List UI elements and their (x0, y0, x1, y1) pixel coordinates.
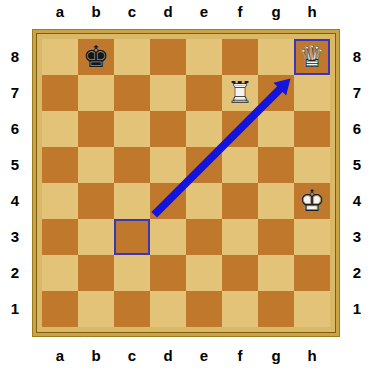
square-h5[interactable] (294, 147, 330, 183)
square-h2[interactable] (294, 255, 330, 291)
square-f6[interactable] (222, 111, 258, 147)
square-c8[interactable] (114, 39, 150, 75)
rank-labels-right: 87654321 (344, 39, 370, 327)
file-labels-top: abcdefgh (42, 0, 330, 24)
square-e5[interactable] (186, 147, 222, 183)
rank-label-7-left: 7 (0, 75, 30, 111)
square-a3[interactable] (42, 219, 78, 255)
file-labels-bottom: abcdefgh (42, 344, 330, 368)
rank-label-5-left: 5 (0, 147, 30, 183)
square-f3[interactable] (222, 219, 258, 255)
white-rook[interactable]: ♜♖ (222, 75, 258, 111)
file-label-f-top: f (222, 0, 258, 24)
file-label-e-bottom: e (186, 344, 222, 368)
square-c4[interactable] (114, 183, 150, 219)
square-b8[interactable]: ♚ (78, 39, 114, 75)
rank-label-4-right: 4 (344, 183, 370, 219)
square-h1[interactable] (294, 291, 330, 327)
square-e8[interactable] (186, 39, 222, 75)
rank-label-2-right: 2 (344, 255, 370, 291)
rank-label-5-right: 5 (344, 147, 370, 183)
rank-label-6-left: 6 (0, 111, 30, 147)
square-b7[interactable] (78, 75, 114, 111)
square-d6[interactable] (150, 111, 186, 147)
square-f7[interactable]: ♜♖ (222, 75, 258, 111)
file-label-a-top: a (42, 0, 78, 24)
square-b4[interactable] (78, 183, 114, 219)
rank-label-2-left: 2 (0, 255, 30, 291)
black-king[interactable]: ♚ (78, 39, 114, 75)
square-b3[interactable] (78, 219, 114, 255)
square-c5[interactable] (114, 147, 150, 183)
white-queen[interactable]: ♛♕ (294, 39, 330, 75)
file-label-h-bottom: h (294, 344, 330, 368)
square-h4[interactable]: ♚♔ (294, 183, 330, 219)
square-g5[interactable] (258, 147, 294, 183)
square-f2[interactable] (222, 255, 258, 291)
file-label-c-top: c (114, 0, 150, 24)
rank-label-3-left: 3 (0, 219, 30, 255)
file-label-h-top: h (294, 0, 330, 24)
square-f8[interactable] (222, 39, 258, 75)
white-king[interactable]: ♚♔ (294, 183, 330, 219)
square-f5[interactable] (222, 147, 258, 183)
square-g2[interactable] (258, 255, 294, 291)
chess-board-window: abcdefgh abcdefgh 87654321 87654321 ♚♛♕♜… (0, 0, 372, 372)
rank-label-8-left: 8 (0, 39, 30, 75)
board-frame: ♚♛♕♜♖♚♔ (32, 29, 340, 337)
rank-label-4-left: 4 (0, 183, 30, 219)
square-h7[interactable] (294, 75, 330, 111)
square-c6[interactable] (114, 111, 150, 147)
square-c7[interactable] (114, 75, 150, 111)
square-e1[interactable] (186, 291, 222, 327)
square-g4[interactable] (258, 183, 294, 219)
file-label-g-top: g (258, 0, 294, 24)
square-e6[interactable] (186, 111, 222, 147)
square-g6[interactable] (258, 111, 294, 147)
file-label-g-bottom: g (258, 344, 294, 368)
file-label-b-bottom: b (78, 344, 114, 368)
square-b2[interactable] (78, 255, 114, 291)
square-d4[interactable] (150, 183, 186, 219)
square-c1[interactable] (114, 291, 150, 327)
square-d1[interactable] (150, 291, 186, 327)
square-f1[interactable] (222, 291, 258, 327)
square-f4[interactable] (222, 183, 258, 219)
board-frame-inner: ♚♛♕♜♖♚♔ (36, 33, 336, 333)
square-g3[interactable] (258, 219, 294, 255)
black-king-glyph: ♚ (78, 39, 114, 75)
square-a8[interactable] (42, 39, 78, 75)
file-label-f-bottom: f (222, 344, 258, 368)
white-king-outline-glyph: ♔ (294, 183, 330, 219)
square-e3[interactable] (186, 219, 222, 255)
white-queen-outline-glyph: ♕ (294, 39, 330, 75)
white-rook-outline-glyph: ♖ (222, 75, 258, 111)
square-a1[interactable] (42, 291, 78, 327)
file-label-b-top: b (78, 0, 114, 24)
rank-label-1-left: 1 (0, 291, 30, 327)
square-d2[interactable] (150, 255, 186, 291)
file-label-e-top: e (186, 0, 222, 24)
rank-label-7-right: 7 (344, 75, 370, 111)
square-e4[interactable] (186, 183, 222, 219)
square-d7[interactable] (150, 75, 186, 111)
rank-label-1-right: 1 (344, 291, 370, 327)
square-c3[interactable] (114, 219, 150, 255)
square-a5[interactable] (42, 147, 78, 183)
square-h3[interactable] (294, 219, 330, 255)
square-a6[interactable] (42, 111, 78, 147)
square-d3[interactable] (150, 219, 186, 255)
square-g7[interactable] (258, 75, 294, 111)
file-label-c-bottom: c (114, 344, 150, 368)
square-h8[interactable]: ♛♕ (294, 39, 330, 75)
rank-label-3-right: 3 (344, 219, 370, 255)
file-label-d-bottom: d (150, 344, 186, 368)
square-g8[interactable] (258, 39, 294, 75)
rank-label-8-right: 8 (344, 39, 370, 75)
square-e7[interactable] (186, 75, 222, 111)
square-h6[interactable] (294, 111, 330, 147)
square-d8[interactable] (150, 39, 186, 75)
square-a2[interactable] (42, 255, 78, 291)
square-b5[interactable] (78, 147, 114, 183)
rank-label-6-right: 6 (344, 111, 370, 147)
square-d5[interactable] (150, 147, 186, 183)
square-b6[interactable] (78, 111, 114, 147)
square-a4[interactable] (42, 183, 78, 219)
file-label-a-bottom: a (42, 344, 78, 368)
square-a7[interactable] (42, 75, 78, 111)
rank-labels-left: 87654321 (0, 39, 30, 327)
file-label-d-top: d (150, 0, 186, 24)
square-g1[interactable] (258, 291, 294, 327)
chess-board: ♚♛♕♜♖♚♔ (42, 39, 330, 327)
square-c2[interactable] (114, 255, 150, 291)
square-e2[interactable] (186, 255, 222, 291)
square-b1[interactable] (78, 291, 114, 327)
